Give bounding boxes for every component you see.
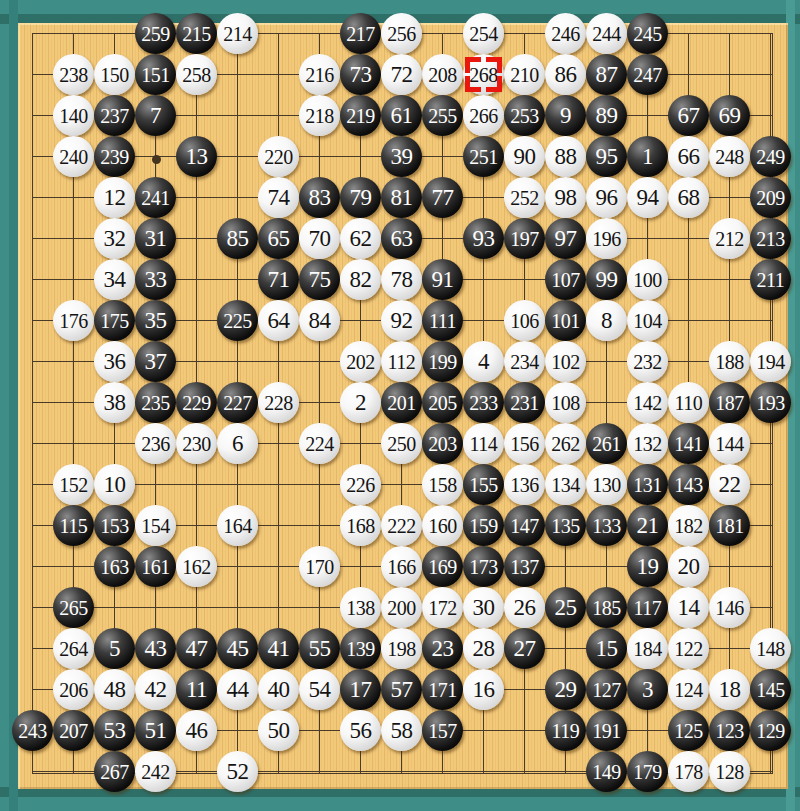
move-number: 67 xyxy=(678,104,700,127)
black-stone-145: 145 xyxy=(750,669,791,710)
move-number: 228 xyxy=(264,393,293,413)
black-stone-137: 137 xyxy=(504,546,545,587)
white-stone-258: 258 xyxy=(176,54,217,95)
move-number: 261 xyxy=(592,434,621,454)
white-stone-36: 36 xyxy=(94,341,135,382)
move-number: 146 xyxy=(715,598,744,618)
white-stone-28: 28 xyxy=(463,628,504,669)
move-number: 162 xyxy=(182,557,211,577)
move-number: 1 xyxy=(642,145,653,168)
black-stone-161: 161 xyxy=(135,546,176,587)
black-stone-61: 61 xyxy=(381,95,422,136)
white-stone-196: 196 xyxy=(586,218,627,259)
white-stone-138: 138 xyxy=(340,587,381,628)
move-number: 17 xyxy=(350,678,372,701)
white-stone-22: 22 xyxy=(709,464,750,505)
black-stone-127: 127 xyxy=(586,669,627,710)
white-stone-114: 114 xyxy=(463,423,504,464)
move-number: 5 xyxy=(109,637,120,660)
move-number: 160 xyxy=(428,516,457,536)
white-stone-220: 220 xyxy=(258,136,299,177)
black-stone-179: 179 xyxy=(627,751,668,792)
black-stone-25: 25 xyxy=(545,587,586,628)
white-stone-98: 98 xyxy=(545,177,586,218)
black-stone-115: 115 xyxy=(53,505,94,546)
move-number: 267 xyxy=(100,762,129,782)
move-number: 62 xyxy=(350,227,372,250)
black-stone-63: 63 xyxy=(381,218,422,259)
move-number: 164 xyxy=(223,516,252,536)
move-number: 130 xyxy=(592,475,621,495)
move-number: 43 xyxy=(145,637,167,660)
move-number: 51 xyxy=(145,719,167,742)
move-number: 56 xyxy=(350,719,372,742)
white-stone-232: 232 xyxy=(627,341,668,382)
move-number: 242 xyxy=(141,762,170,782)
black-stone-191: 191 xyxy=(586,710,627,751)
move-number: 191 xyxy=(592,721,621,741)
white-stone-140: 140 xyxy=(53,95,94,136)
move-number: 258 xyxy=(182,65,211,85)
move-number: 214 xyxy=(223,24,252,44)
move-number: 243 xyxy=(18,721,47,741)
black-stone-143: 143 xyxy=(668,464,709,505)
black-stone-149: 149 xyxy=(586,751,627,792)
white-stone-252: 252 xyxy=(504,177,545,218)
go-board[interactable]: 2592152142172562542462442452381501512582… xyxy=(18,23,788,789)
black-stone-47: 47 xyxy=(176,628,217,669)
move-number: 58 xyxy=(391,719,413,742)
move-number: 93 xyxy=(473,227,495,250)
black-stone-23: 23 xyxy=(422,628,463,669)
move-number: 193 xyxy=(756,393,785,413)
move-number: 107 xyxy=(551,270,580,290)
black-stone-201: 201 xyxy=(381,382,422,423)
move-number: 65 xyxy=(268,227,290,250)
move-number: 91 xyxy=(432,268,454,291)
move-number: 42 xyxy=(145,678,167,701)
move-number: 79 xyxy=(350,186,372,209)
move-number: 122 xyxy=(674,639,703,659)
move-number: 70 xyxy=(309,227,331,250)
move-number: 52 xyxy=(227,760,249,783)
black-stone-45: 45 xyxy=(217,628,258,669)
move-number: 256 xyxy=(387,24,416,44)
white-stone-184: 184 xyxy=(627,628,668,669)
black-stone-217: 217 xyxy=(340,13,381,54)
move-number: 81 xyxy=(391,186,413,209)
black-stone-55: 55 xyxy=(299,628,340,669)
white-stone-46: 46 xyxy=(176,710,217,751)
move-number: 9 xyxy=(560,104,571,127)
white-stone-144: 144 xyxy=(709,423,750,464)
move-number: 29 xyxy=(555,678,577,701)
white-stone-146: 146 xyxy=(709,587,750,628)
white-stone-242: 242 xyxy=(135,751,176,792)
move-number: 231 xyxy=(510,393,539,413)
white-stone-104: 104 xyxy=(627,300,668,341)
black-stone-205: 205 xyxy=(422,382,463,423)
move-number: 20 xyxy=(678,555,700,578)
move-number: 11 xyxy=(186,678,207,701)
white-stone-178: 178 xyxy=(668,751,709,792)
white-stone-238: 238 xyxy=(53,54,94,95)
white-stone-10: 10 xyxy=(94,464,135,505)
white-stone-64: 64 xyxy=(258,300,299,341)
black-stone-187: 187 xyxy=(709,382,750,423)
move-number: 4 xyxy=(478,350,489,373)
move-number: 127 xyxy=(592,680,621,700)
white-stone-214: 214 xyxy=(217,13,258,54)
black-stone-261: 261 xyxy=(586,423,627,464)
move-number: 14 xyxy=(678,596,700,619)
black-stone-29: 29 xyxy=(545,669,586,710)
white-stone-264: 264 xyxy=(53,628,94,669)
move-number: 25 xyxy=(555,596,577,619)
move-number: 111 xyxy=(429,311,456,331)
black-stone-57: 57 xyxy=(381,669,422,710)
move-number: 218 xyxy=(305,106,334,126)
move-number: 54 xyxy=(309,678,331,701)
move-number: 140 xyxy=(59,106,88,126)
white-stone-86: 86 xyxy=(545,54,586,95)
move-number: 209 xyxy=(756,188,785,208)
white-stone-38: 38 xyxy=(94,382,135,423)
move-number: 215 xyxy=(182,24,211,44)
black-stone-1: 1 xyxy=(627,136,668,177)
white-stone-268: 268 xyxy=(463,54,504,95)
black-stone-67: 67 xyxy=(668,95,709,136)
white-stone-166: 166 xyxy=(381,546,422,587)
move-number: 178 xyxy=(674,762,703,782)
white-stone-110: 110 xyxy=(668,382,709,423)
black-stone-141: 141 xyxy=(668,423,709,464)
black-stone-101: 101 xyxy=(545,300,586,341)
white-stone-254: 254 xyxy=(463,13,504,54)
move-number: 53 xyxy=(104,719,126,742)
black-stone-111: 111 xyxy=(422,300,463,341)
white-stone-66: 66 xyxy=(668,136,709,177)
black-stone-229: 229 xyxy=(176,382,217,423)
black-stone-41: 41 xyxy=(258,628,299,669)
white-stone-12: 12 xyxy=(94,177,135,218)
move-number: 219 xyxy=(346,106,375,126)
black-stone-93: 93 xyxy=(463,218,504,259)
move-number: 98 xyxy=(555,186,577,209)
move-number: 235 xyxy=(141,393,170,413)
white-stone-136: 136 xyxy=(504,464,545,505)
white-stone-202: 202 xyxy=(340,341,381,382)
black-stone-215: 215 xyxy=(176,13,217,54)
black-stone-131: 131 xyxy=(627,464,668,505)
black-stone-125: 125 xyxy=(668,710,709,751)
move-number: 134 xyxy=(551,475,580,495)
black-stone-7: 7 xyxy=(135,95,176,136)
black-stone-251: 251 xyxy=(463,136,504,177)
white-stone-218: 218 xyxy=(299,95,340,136)
black-stone-219: 219 xyxy=(340,95,381,136)
black-stone-51: 51 xyxy=(135,710,176,751)
move-number: 159 xyxy=(469,516,498,536)
move-number: 21 xyxy=(637,514,659,537)
white-stone-266: 266 xyxy=(463,95,504,136)
black-stone-207: 207 xyxy=(53,710,94,751)
move-number: 71 xyxy=(268,268,290,291)
white-stone-262: 262 xyxy=(545,423,586,464)
white-stone-82: 82 xyxy=(340,259,381,300)
white-stone-170: 170 xyxy=(299,546,340,587)
white-stone-154: 154 xyxy=(135,505,176,546)
move-number: 205 xyxy=(428,393,457,413)
move-number: 132 xyxy=(633,434,662,454)
move-number: 251 xyxy=(469,147,498,167)
black-stone-241: 241 xyxy=(135,177,176,218)
move-number: 225 xyxy=(223,311,252,331)
go-board-frame: 2592152142172562542462442452381501512582… xyxy=(0,0,800,811)
black-stone-11: 11 xyxy=(176,669,217,710)
move-number: 172 xyxy=(428,598,457,618)
white-stone-8: 8 xyxy=(586,300,627,341)
move-number: 194 xyxy=(756,352,785,372)
move-number: 168 xyxy=(346,516,375,536)
move-number: 15 xyxy=(596,637,618,660)
move-number: 94 xyxy=(637,186,659,209)
black-stone-171: 171 xyxy=(422,669,463,710)
white-stone-84: 84 xyxy=(299,300,340,341)
black-stone-43: 43 xyxy=(135,628,176,669)
white-stone-250: 250 xyxy=(381,423,422,464)
move-number: 34 xyxy=(104,268,126,291)
move-number: 85 xyxy=(227,227,249,250)
black-stone-13: 13 xyxy=(176,136,217,177)
black-stone-231: 231 xyxy=(504,382,545,423)
black-stone-87: 87 xyxy=(586,54,627,95)
move-number: 153 xyxy=(100,516,129,536)
move-number: 35 xyxy=(145,309,167,332)
white-stone-90: 90 xyxy=(504,136,545,177)
white-stone-162: 162 xyxy=(176,546,217,587)
move-number: 64 xyxy=(268,309,290,332)
move-number: 249 xyxy=(756,147,785,167)
move-number: 32 xyxy=(104,227,126,250)
black-stone-35: 35 xyxy=(135,300,176,341)
move-number: 171 xyxy=(428,680,457,700)
black-stone-197: 197 xyxy=(504,218,545,259)
black-stone-5: 5 xyxy=(94,628,135,669)
black-stone-135: 135 xyxy=(545,505,586,546)
black-stone-155: 155 xyxy=(463,464,504,505)
move-number: 150 xyxy=(100,65,129,85)
move-number: 97 xyxy=(555,227,577,250)
move-number: 78 xyxy=(391,268,413,291)
move-number: 84 xyxy=(309,309,331,332)
move-number: 141 xyxy=(674,434,703,454)
white-stone-134: 134 xyxy=(545,464,586,505)
move-number: 247 xyxy=(633,65,662,85)
white-stone-26: 26 xyxy=(504,587,545,628)
white-stone-198: 198 xyxy=(381,628,422,669)
move-number: 163 xyxy=(100,557,129,577)
move-number: 119 xyxy=(552,721,580,741)
move-number: 99 xyxy=(596,268,618,291)
black-stone-255: 255 xyxy=(422,95,463,136)
move-number: 26 xyxy=(514,596,536,619)
move-number: 233 xyxy=(469,393,498,413)
move-number: 47 xyxy=(186,637,208,660)
move-number: 138 xyxy=(346,598,375,618)
move-number: 154 xyxy=(141,516,170,536)
move-number: 200 xyxy=(387,598,416,618)
move-number: 145 xyxy=(756,680,785,700)
move-number: 27 xyxy=(514,637,536,660)
move-number: 262 xyxy=(551,434,580,454)
move-number: 203 xyxy=(428,434,457,454)
stone-layer: 2592152142172562542462442452381501512582… xyxy=(12,13,791,792)
black-stone-69: 69 xyxy=(709,95,750,136)
move-number: 108 xyxy=(551,393,580,413)
black-stone-265: 265 xyxy=(53,587,94,628)
move-number: 104 xyxy=(633,311,662,331)
black-stone-81: 81 xyxy=(381,177,422,218)
move-number: 208 xyxy=(428,65,457,85)
black-stone-153: 153 xyxy=(94,505,135,546)
move-number: 44 xyxy=(227,678,249,701)
white-stone-182: 182 xyxy=(668,505,709,546)
black-stone-77: 77 xyxy=(422,177,463,218)
white-stone-106: 106 xyxy=(504,300,545,341)
white-stone-92: 92 xyxy=(381,300,422,341)
black-stone-227: 227 xyxy=(217,382,258,423)
black-stone-31: 31 xyxy=(135,218,176,259)
white-stone-236: 236 xyxy=(135,423,176,464)
white-stone-130: 130 xyxy=(586,464,627,505)
move-number: 96 xyxy=(596,186,618,209)
black-stone-159: 159 xyxy=(463,505,504,546)
move-number: 255 xyxy=(428,106,457,126)
white-stone-30: 30 xyxy=(463,587,504,628)
white-stone-128: 128 xyxy=(709,751,750,792)
white-stone-176: 176 xyxy=(53,300,94,341)
move-number: 227 xyxy=(223,393,252,413)
black-stone-91: 91 xyxy=(422,259,463,300)
move-number: 152 xyxy=(59,475,88,495)
move-number: 143 xyxy=(674,475,703,495)
white-stone-14: 14 xyxy=(668,587,709,628)
white-stone-102: 102 xyxy=(545,341,586,382)
move-number: 89 xyxy=(596,104,618,127)
black-stone-53: 53 xyxy=(94,710,135,751)
move-number: 266 xyxy=(469,106,498,126)
white-stone-72: 72 xyxy=(381,54,422,95)
black-stone-267: 267 xyxy=(94,751,135,792)
move-number: 68 xyxy=(678,186,700,209)
white-stone-74: 74 xyxy=(258,177,299,218)
white-stone-34: 34 xyxy=(94,259,135,300)
move-number: 226 xyxy=(346,475,375,495)
white-stone-16: 16 xyxy=(463,669,504,710)
move-number: 240 xyxy=(59,147,88,167)
black-stone-239: 239 xyxy=(94,136,135,177)
move-number: 234 xyxy=(510,352,539,372)
black-stone-203: 203 xyxy=(422,423,463,464)
move-number: 206 xyxy=(59,680,88,700)
move-number: 199 xyxy=(428,352,457,372)
black-stone-75: 75 xyxy=(299,259,340,300)
white-stone-124: 124 xyxy=(668,669,709,710)
white-stone-70: 70 xyxy=(299,218,340,259)
move-number: 114 xyxy=(470,434,498,454)
move-number: 115 xyxy=(60,516,88,536)
move-number: 100 xyxy=(633,270,662,290)
move-number: 37 xyxy=(145,350,167,373)
black-stone-83: 83 xyxy=(299,177,340,218)
white-stone-158: 158 xyxy=(422,464,463,505)
white-stone-112: 112 xyxy=(381,341,422,382)
move-number: 50 xyxy=(268,719,290,742)
white-stone-2: 2 xyxy=(340,382,381,423)
white-stone-152: 152 xyxy=(53,464,94,505)
white-stone-212: 212 xyxy=(709,218,750,259)
white-stone-172: 172 xyxy=(422,587,463,628)
black-stone-235: 235 xyxy=(135,382,176,423)
black-stone-71: 71 xyxy=(258,259,299,300)
black-stone-199: 199 xyxy=(422,341,463,382)
black-stone-175: 175 xyxy=(94,300,135,341)
black-stone-139: 139 xyxy=(340,628,381,669)
move-number: 176 xyxy=(59,311,88,331)
move-number: 232 xyxy=(633,352,662,372)
move-number: 229 xyxy=(182,393,211,413)
white-stone-208: 208 xyxy=(422,54,463,95)
move-number: 112 xyxy=(388,352,416,372)
move-number: 207 xyxy=(59,721,88,741)
black-stone-65: 65 xyxy=(258,218,299,259)
move-number: 55 xyxy=(309,637,331,660)
move-number: 268 xyxy=(469,65,498,85)
move-number: 252 xyxy=(510,188,539,208)
white-stone-206: 206 xyxy=(53,669,94,710)
move-number: 156 xyxy=(510,434,539,454)
move-number: 8 xyxy=(601,309,612,332)
move-number: 181 xyxy=(715,516,744,536)
white-stone-32: 32 xyxy=(94,218,135,259)
white-stone-228: 228 xyxy=(258,382,299,423)
move-number: 87 xyxy=(596,63,618,86)
move-number: 216 xyxy=(305,65,334,85)
black-stone-181: 181 xyxy=(709,505,750,546)
black-stone-79: 79 xyxy=(340,177,381,218)
move-number: 238 xyxy=(59,65,88,85)
white-stone-100: 100 xyxy=(627,259,668,300)
move-number: 155 xyxy=(469,475,498,495)
move-number: 161 xyxy=(141,557,170,577)
move-number: 110 xyxy=(675,393,703,413)
white-stone-20: 20 xyxy=(668,546,709,587)
move-number: 246 xyxy=(551,24,580,44)
move-number: 77 xyxy=(432,186,454,209)
move-number: 250 xyxy=(387,434,416,454)
black-stone-37: 37 xyxy=(135,341,176,382)
move-number: 128 xyxy=(715,762,744,782)
black-stone-185: 185 xyxy=(586,587,627,628)
move-number: 166 xyxy=(387,557,416,577)
move-number: 123 xyxy=(715,721,744,741)
black-stone-73: 73 xyxy=(340,54,381,95)
move-number: 202 xyxy=(346,352,375,372)
move-number: 72 xyxy=(391,63,413,86)
white-stone-96: 96 xyxy=(586,177,627,218)
white-stone-62: 62 xyxy=(340,218,381,259)
